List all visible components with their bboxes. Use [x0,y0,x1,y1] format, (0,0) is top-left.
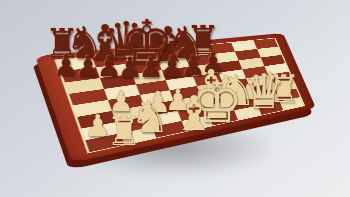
light-queen-g1: ♛ [242,67,285,115]
chess-set-photo: ♜♜♞♝♞♛♝♚♟♟♟♟♟♟♟♟♟♟♝♟♜♞♛♟♟♟♟♚♝♞♟♜ [0,0,350,197]
light-rook-b1: ♜ [106,111,142,151]
dark-pawn-e7: ♟ [138,54,163,82]
light-bishop-d1: ♝ [172,89,215,137]
chess-pieces-layer: ♜♜♞♝♞♛♝♚♟♟♟♟♟♟♟♟♟♟♝♟♜♞♛♟♟♟♟♚♝♞♟♜ [0,0,350,197]
